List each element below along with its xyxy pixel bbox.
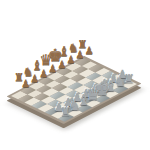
chess-set-scene: ♜♞♝♛♚♝♞♜♟♟♟♟♟♟♟♟♟♟♟♟♟♟♟♟♜♞♝♛♚♝♞♜: [0, 0, 150, 150]
piece-black-pawn-h7[interactable]: ♟: [84, 44, 93, 54]
piece-black-pawn-b7[interactable]: ♟: [30, 73, 39, 83]
piece-white-rook-a1[interactable]: ♜: [60, 105, 71, 117]
piece-black-pawn-a7[interactable]: ♟: [21, 77, 30, 87]
piece-black-pawn-c7[interactable]: ♟: [39, 68, 48, 78]
piece-black-pawn-f7[interactable]: ♟: [66, 54, 75, 64]
piece-black-pawn-e7[interactable]: ♟: [57, 58, 66, 68]
piece-black-pawn-d7[interactable]: ♟: [48, 63, 57, 73]
piece-black-pawn-g7[interactable]: ♟: [75, 49, 84, 59]
